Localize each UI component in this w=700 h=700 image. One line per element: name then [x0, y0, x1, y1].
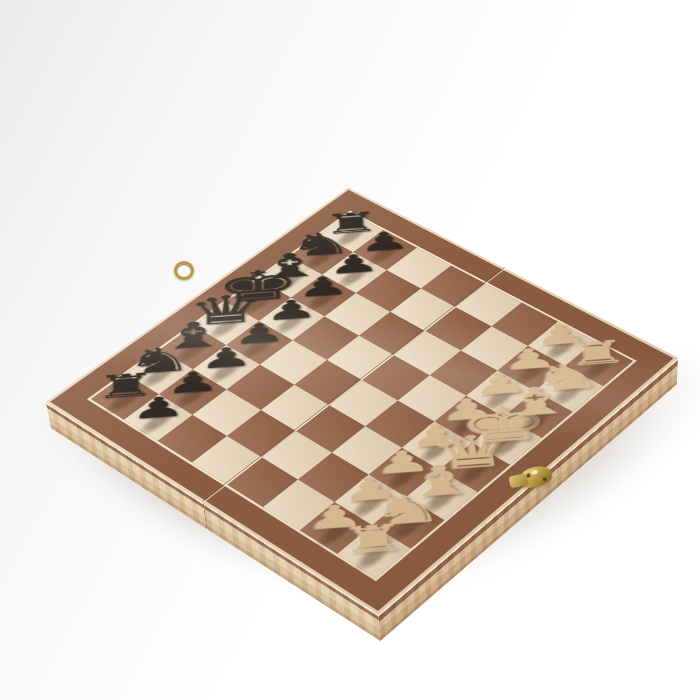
perspective-wrapper: ♜♞♝♛♚♝♞♜♟♟♟♟♟♟♟♟♟♟♟♟♟♟♟♟♜♞♝♛♚♝♞♜	[0, 0, 700, 700]
chess-board: ♜♞♝♛♚♝♞♜♟♟♟♟♟♟♟♟♟♟♟♟♟♟♟♟♜♞♝♛♚♝♞♜	[46, 187, 678, 614]
brass-hinge-icon	[174, 261, 194, 280]
side-fold-seam	[203, 502, 208, 529]
chess-set-product-photo: ♜♞♝♛♚♝♞♜♟♟♟♟♟♟♟♟♟♟♟♟♟♟♟♟♜♞♝♛♚♝♞♜	[0, 0, 700, 700]
camera-roll-wrapper: ♜♞♝♛♚♝♞♜♟♟♟♟♟♟♟♟♟♟♟♟♟♟♟♟♜♞♝♛♚♝♞♜	[0, 0, 700, 700]
board-top-face: ♜♞♝♛♚♝♞♜♟♟♟♟♟♟♟♟♟♟♟♟♟♟♟♟♜♞♝♛♚♝♞♜	[46, 187, 678, 614]
